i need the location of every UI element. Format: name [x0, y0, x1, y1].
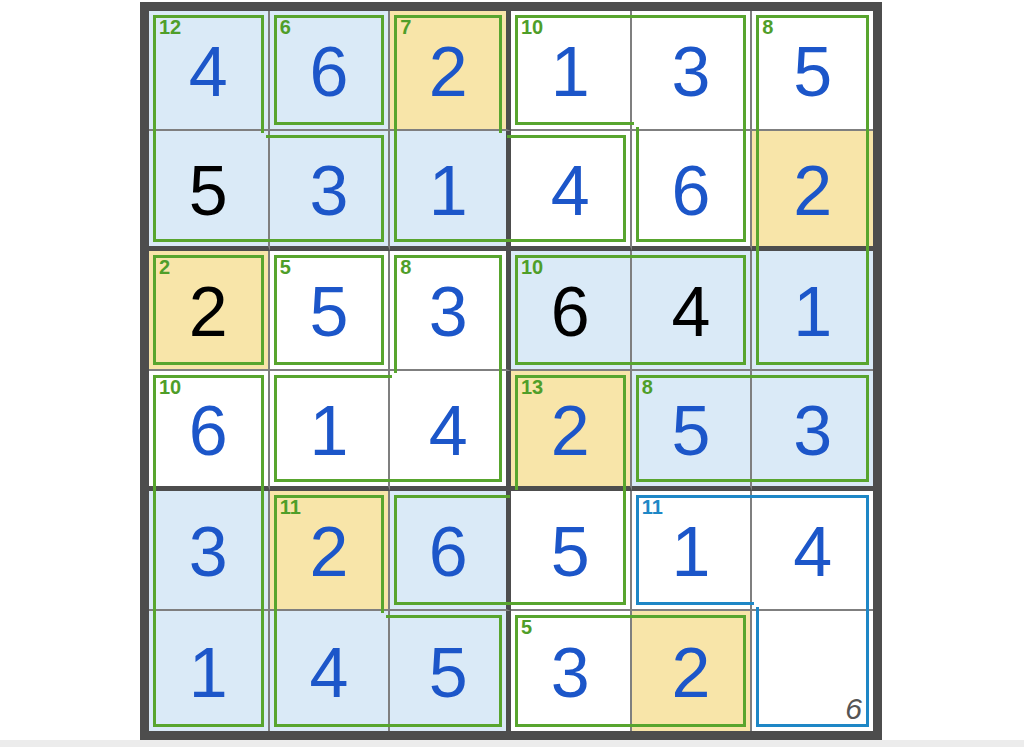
cage-sum-label: 8 — [642, 377, 653, 397]
cell-value: 1 — [793, 273, 832, 347]
cell-value: 3 — [672, 33, 711, 107]
cell-value: 1 — [189, 634, 228, 708]
cell-value: 3 — [793, 392, 832, 466]
cell-value: 6 — [310, 33, 349, 107]
cell-value: 5 — [551, 513, 590, 587]
cell-value: 5 — [310, 273, 349, 347]
cell-r2c3[interactable]: 1 — [390, 131, 511, 251]
cell-r4c4[interactable]: 132 — [511, 371, 632, 491]
cell-r2c2[interactable]: 3 — [270, 131, 391, 251]
cell-value: 4 — [672, 273, 711, 347]
cell-value: 6 — [672, 152, 711, 226]
cell-r1c2[interactable]: 66 — [270, 11, 391, 131]
cell-r6c2[interactable]: 4 — [270, 611, 391, 731]
cage-sum-label: 11 — [642, 497, 663, 517]
cell-r3c2[interactable]: 55 — [270, 251, 391, 371]
cell-r5c4[interactable]: 5 — [511, 491, 632, 611]
cell-value: 6 — [551, 273, 590, 347]
cell-value: 2 — [429, 33, 468, 107]
cage-sum-label: 6 — [280, 17, 291, 37]
cell-value: 1 — [310, 392, 349, 466]
cell-r2c4[interactable]: 4 — [511, 131, 632, 251]
cell-r4c1[interactable]: 106 — [149, 371, 270, 491]
cell-value: 3 — [189, 513, 228, 587]
cell-r3c3[interactable]: 83 — [390, 251, 511, 371]
cell-value: 2 — [189, 273, 228, 347]
cell-value: 6 — [189, 392, 228, 466]
cage-sum-label: 10 — [521, 257, 543, 277]
cell-r1c3[interactable]: 72 — [390, 11, 511, 131]
cage-sum-label: 5 — [280, 257, 291, 277]
cell-r5c2[interactable]: 112 — [270, 491, 391, 611]
cell-value: 3 — [429, 273, 468, 347]
cell-r4c2[interactable]: 1 — [270, 371, 391, 491]
page: { "game": "Killer Sudoku", "board_size":… — [0, 0, 1024, 747]
cell-r4c6[interactable]: 3 — [752, 371, 873, 491]
cage-sum-label: 13 — [521, 377, 543, 397]
cell-value: 4 — [310, 634, 349, 708]
cage-sum-label: 10 — [521, 17, 543, 37]
cell-value: 4 — [793, 513, 832, 587]
cell-r3c1[interactable]: 22 — [149, 251, 270, 371]
cell-value: 6 — [429, 513, 468, 587]
cell-r6c3[interactable]: 5 — [390, 611, 511, 731]
cell-value: 5 — [672, 392, 711, 466]
cell-r1c1[interactable]: 124 — [149, 11, 270, 131]
cage-sum-label: 10 — [159, 377, 181, 397]
cage-sum-label: 12 — [159, 17, 181, 37]
cell-r6c4[interactable]: 53 — [511, 611, 632, 731]
cell-r3c5[interactable]: 4 — [632, 251, 753, 371]
cell-value: 1 — [672, 513, 711, 587]
cell-r3c4[interactable]: 106 — [511, 251, 632, 371]
cage-sum-label: 11 — [280, 497, 301, 517]
cell-value: 2 — [672, 634, 711, 708]
cell-value: 2 — [793, 152, 832, 226]
cage-sum-label: 8 — [762, 17, 773, 37]
cell-r6c5[interactable]: 2 — [632, 611, 753, 731]
bottom-bar — [0, 740, 1024, 747]
cell-r5c5[interactable]: 111 — [632, 491, 753, 611]
cell-value: 3 — [551, 634, 590, 708]
cell-value: 4 — [551, 152, 590, 226]
cell-r6c1[interactable]: 1 — [149, 611, 270, 731]
cell-r4c5[interactable]: 85 — [632, 371, 753, 491]
cell-r2c1[interactable]: 5 — [149, 131, 270, 251]
cell-value: 1 — [429, 152, 468, 226]
cell-value: 2 — [310, 513, 349, 587]
cell-r2c5[interactable]: 6 — [632, 131, 753, 251]
cage-sum-label: 8 — [400, 257, 411, 277]
cell-r1c6[interactable]: 85 — [752, 11, 873, 131]
cell-value: 5 — [793, 33, 832, 107]
cage-sum-label: 2 — [159, 257, 170, 277]
cell-r3c6[interactable]: 1 — [752, 251, 873, 371]
cell-r6c6[interactable]: 6 — [752, 611, 873, 731]
cell-value: 2 — [551, 392, 590, 466]
cell-r5c3[interactable]: 6 — [390, 491, 511, 611]
cell-value: 4 — [189, 33, 228, 107]
cell-r2c6[interactable]: 2 — [752, 131, 873, 251]
cell-r1c4[interactable]: 101 — [511, 11, 632, 131]
cell-value: 4 — [429, 392, 468, 466]
cell-value: 1 — [551, 33, 590, 107]
cell-value: 5 — [189, 152, 228, 226]
pencil-mark: 6 — [845, 694, 862, 724]
cell-r5c1[interactable]: 3 — [149, 491, 270, 611]
cell-value: 5 — [429, 634, 468, 708]
cell-r4c3[interactable]: 4 — [390, 371, 511, 491]
sudoku-board: 1246672101385531462225583106411061413285… — [140, 2, 882, 740]
cage-sum-label: 5 — [521, 617, 532, 637]
cell-value: 3 — [310, 152, 349, 226]
cell-r5c6[interactable]: 4 — [752, 491, 873, 611]
cell-r1c5[interactable]: 3 — [632, 11, 753, 131]
cage-sum-label: 7 — [400, 17, 411, 37]
